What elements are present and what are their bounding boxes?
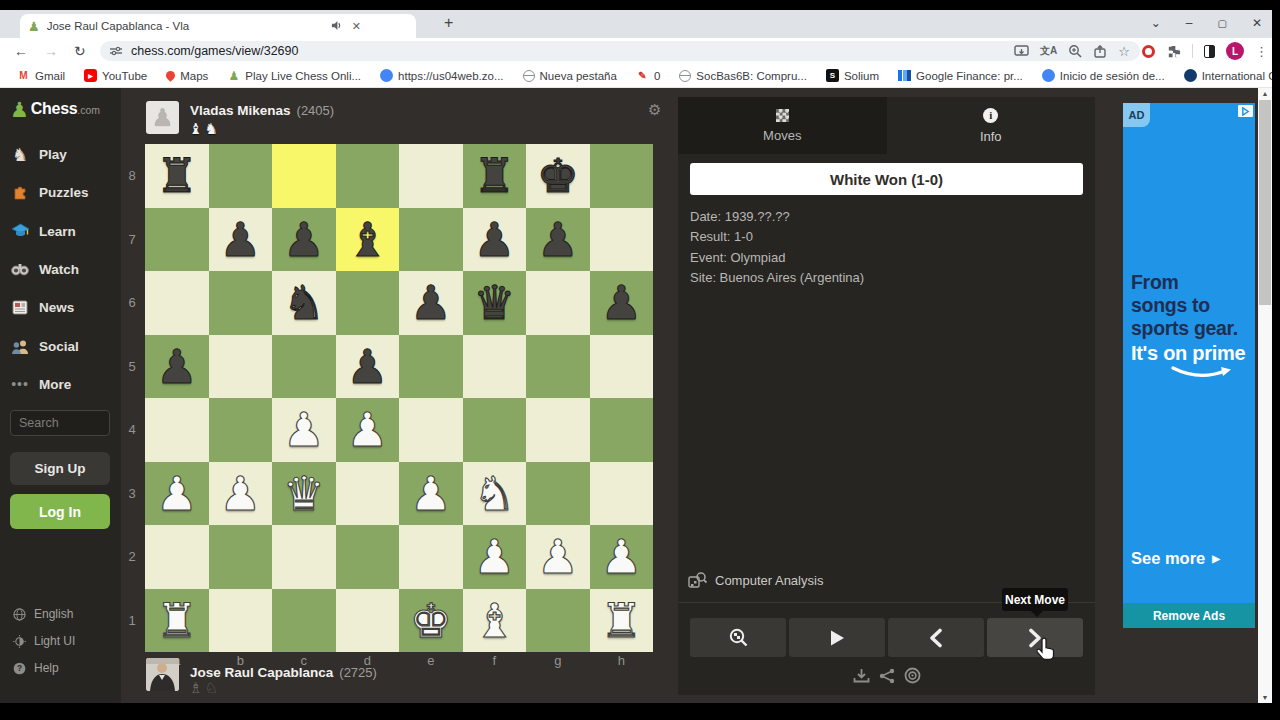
black-pawn: ♟: [410, 279, 452, 326]
square-a2[interactable]: [145, 525, 209, 589]
square-e7[interactable]: [399, 208, 463, 272]
black-pawn: ♟: [219, 216, 261, 263]
square-g3[interactable]: [526, 462, 590, 526]
file-label-g: g: [526, 653, 590, 668]
intlchess-favicon: [1184, 69, 1197, 82]
white-knight: ♞: [473, 470, 515, 517]
bookmark-label: YouTube: [102, 70, 147, 82]
square-e3[interactable]: ♟: [399, 462, 463, 526]
mouse-cursor-hand: [1034, 637, 1058, 663]
pencil-favicon: ✎: [636, 69, 649, 82]
square-c5[interactable]: [272, 335, 336, 399]
url-text[interactable]: chess.com/games/view/32690: [131, 44, 1014, 58]
square-g2[interactable]: ♟: [526, 525, 590, 589]
play-button[interactable]: [789, 618, 885, 657]
page-content: ♟ Chess .com ♞ Play Puzzles Learn: [0, 88, 1272, 703]
square-b4[interactable]: [209, 398, 273, 462]
black-pawn: ♟: [473, 216, 515, 263]
square-h4[interactable]: [590, 398, 654, 462]
bookmark-label: Inicio de sesión de...: [1060, 70, 1165, 82]
zoom-icon[interactable]: [1068, 44, 1082, 58]
square-d6[interactable]: [336, 271, 400, 335]
audio-speaker-icon[interactable]: [331, 17, 342, 35]
scrollbar-thumb[interactable]: [1259, 100, 1271, 305]
globe-favicon: [679, 70, 691, 82]
square-a4[interactable]: [145, 398, 209, 462]
bookmark-inicio-10[interactable]: Inicio de sesión de...: [1035, 69, 1172, 82]
game-event: Event: Olympiad: [690, 250, 785, 265]
sidebar-item-news[interactable]: News: [10, 291, 74, 323]
square-e2[interactable]: [399, 525, 463, 589]
bookmark-label: SocBas6B: Compru...: [696, 70, 807, 82]
bookmark-label: Maps: [180, 70, 208, 82]
newspaper-icon: [10, 297, 30, 317]
sidebar-item-social[interactable]: Social: [10, 330, 79, 362]
square-g1[interactable]: [526, 589, 590, 653]
square-a7[interactable]: [145, 208, 209, 272]
rank-label-1: 1: [121, 589, 143, 653]
bookmark-label: 0: [654, 70, 660, 82]
letterbox-right: [1272, 0, 1280, 720]
moves-board-icon: [776, 109, 789, 122]
chart-favicon: [898, 70, 911, 81]
white-queen: ♛: [283, 470, 325, 517]
sidebar-item-puzzles[interactable]: Puzzles: [10, 176, 89, 208]
remove-ads-button[interactable]: Remove Ads: [1123, 603, 1255, 628]
game-site: Site: Buenos Aires (Argentina): [690, 270, 864, 285]
black-knight: ♞: [283, 279, 325, 326]
forward-button[interactable]: →: [44, 43, 58, 59]
square-d1[interactable]: [336, 589, 400, 653]
play-icon: [828, 629, 846, 647]
page-scrollbar[interactable]: ▲ ▼: [1258, 88, 1272, 703]
bookmark-label: Nueva pestaña: [540, 70, 617, 82]
square-a3[interactable]: ♟: [145, 462, 209, 526]
tab-title: Jose Raul Capablanca - Vla: [47, 20, 327, 32]
reading-mode-icon[interactable]: [1204, 45, 1215, 58]
square-f7[interactable]: ♟: [463, 208, 527, 272]
pawn-favicon: ♟: [227, 69, 240, 82]
square-f5[interactable]: [463, 335, 527, 399]
ad-text: From songs to sports gear. It's on prime: [1131, 271, 1245, 365]
letterbox-bottom: [0, 703, 1280, 720]
white-pawn: ♟: [537, 533, 579, 580]
bookmark-label: International Chess...: [1202, 70, 1272, 82]
square-d7[interactable]: ♝: [336, 208, 400, 272]
ad-see-more[interactable]: See more ▶: [1131, 549, 1220, 568]
scrollbar-down-icon[interactable]: ▼: [1258, 694, 1272, 701]
square-f1[interactable]: ♝: [463, 589, 527, 653]
square-g7[interactable]: ♟: [526, 208, 590, 272]
amazon-smile-icon: [1171, 365, 1233, 381]
adchoices-icon[interactable]: [1238, 105, 1253, 117]
square-b3[interactable]: ♟: [209, 462, 273, 526]
avatar-bottom-player[interactable]: [146, 658, 179, 691]
bookmark-label: Solium: [844, 70, 879, 82]
square-b7[interactable]: ♟: [209, 208, 273, 272]
black-pawn: ♟: [156, 343, 198, 390]
panel-tabs: Moves i Info: [678, 97, 1095, 154]
white-pawn: ♟: [283, 406, 325, 453]
address-bar[interactable]: chess.com/games/view/32690 文A ☆: [100, 41, 1140, 61]
bottom-player-captured-pieces: ♗♘: [189, 679, 220, 697]
square-d8[interactable]: [336, 144, 400, 208]
back-button[interactable]: ←: [14, 43, 28, 59]
sign-up-button[interactable]: Sign Up: [10, 452, 110, 485]
bookmark-star-icon[interactable]: ☆: [1118, 44, 1130, 59]
file-label-e: e: [399, 653, 463, 668]
analysis-button[interactable]: [690, 618, 786, 657]
square-a5[interactable]: ♟: [145, 335, 209, 399]
sidebar: ♟ Chess .com ♞ Play Puzzles Learn: [0, 88, 121, 703]
youtube-favicon: ▶: [84, 69, 97, 82]
sidebar-item-play[interactable]: ♞ Play: [10, 138, 67, 170]
black-pawn: ♟: [600, 279, 642, 326]
file-label-f: f: [463, 653, 527, 668]
gmail-favicon: M: [17, 69, 30, 82]
bookmark-globe-7[interactable]: SocBas6B: Compru...: [672, 70, 814, 82]
square-f6[interactable]: ♛: [463, 271, 527, 335]
bookmarks-bar: MGmail▶YouTubeMaps♟Play Live Chess Onli.…: [0, 64, 1272, 88]
logo-brand: Chess: [31, 100, 78, 118]
window-restore-icon[interactable]: ▢: [1217, 18, 1226, 29]
square-e5[interactable]: [399, 335, 463, 399]
browser-tab[interactable]: ♟ Jose Raul Capablanca - Vla ✕: [20, 14, 416, 38]
browser-toolbar: ← → ↻ chess.com/games/view/32690 文A ☆: [0, 38, 1272, 64]
rank-label-7: 7: [121, 208, 143, 272]
sidebar-item-watch[interactable]: Watch: [10, 253, 79, 285]
square-c3[interactable]: ♛: [272, 462, 336, 526]
search-input[interactable]: [10, 410, 110, 436]
square-d5[interactable]: ♟: [336, 335, 400, 399]
file-label-h: h: [590, 653, 654, 668]
square-c7[interactable]: ♟: [272, 208, 336, 272]
bottom-player-name[interactable]: Jose Raul Capablanca: [190, 665, 333, 680]
bookmark-globe-5[interactable]: Nueva pestaña: [516, 70, 624, 82]
white-rook: ♜: [600, 597, 642, 644]
black-king: ♚: [537, 152, 579, 199]
target-settings-icon[interactable]: [904, 667, 921, 684]
bookmark-pin-2[interactable]: Maps: [159, 70, 215, 82]
black-bishop: ♝: [346, 216, 388, 263]
window-close-icon[interactable]: ✕: [1252, 16, 1262, 30]
download-icon[interactable]: [853, 668, 870, 684]
black-pawn: ♟: [346, 343, 388, 390]
black-pawn: ♟: [537, 216, 579, 263]
black-pawn: ♟: [283, 216, 325, 263]
white-pawn: ♟: [219, 470, 261, 517]
browser-menu-icon[interactable]: ⋮: [1255, 44, 1268, 59]
square-b5[interactable]: [209, 335, 273, 399]
square-c4[interactable]: ♟: [272, 398, 336, 462]
tab-moves[interactable]: Moves: [678, 97, 887, 154]
white-king: ♚: [410, 597, 452, 644]
square-h7[interactable]: [590, 208, 654, 272]
knight-hand-icon: ♞: [10, 144, 30, 164]
share-page-icon[interactable]: [1093, 45, 1107, 58]
scrollbar-up-icon[interactable]: ▲: [1258, 90, 1272, 97]
chevron-left-icon: [928, 628, 944, 648]
analysis-board-icon: [688, 571, 707, 589]
question-icon: ?: [12, 661, 26, 675]
globe-favicon: [523, 70, 535, 82]
see-more-arrow-icon: ▶: [1212, 553, 1220, 564]
square-c6[interactable]: ♞: [272, 271, 336, 335]
binoculars-icon: [10, 259, 30, 279]
puzzle-icon: [10, 182, 30, 202]
bookmark-solium-8[interactable]: SSolium: [819, 69, 886, 82]
extension-red-o-icon[interactable]: [1142, 45, 1155, 58]
letterbox-top: [0, 0, 1280, 10]
game-result: Result: 1-0: [690, 229, 753, 244]
previous-move-button[interactable]: [888, 618, 984, 657]
black-rook: ♜: [156, 152, 198, 199]
log-in-button[interactable]: Log In: [10, 494, 110, 529]
square-d3[interactable]: [336, 462, 400, 526]
help-link[interactable]: ? Help: [12, 659, 59, 677]
language-selector[interactable]: English: [12, 605, 73, 623]
square-e6[interactable]: ♟: [399, 271, 463, 335]
top-player-captured-pieces: ♝♞: [189, 120, 220, 138]
square-e1[interactable]: ♚: [399, 589, 463, 653]
reload-button[interactable]: ↻: [74, 43, 86, 59]
bookmark-zoom-4[interactable]: https://us04web.zo...: [373, 69, 510, 82]
panel-footer-icons: [678, 667, 1095, 684]
pin-favicon: [164, 69, 177, 82]
magnifier-board-icon: [728, 627, 749, 648]
bookmark-label: https://us04web.zo...: [398, 70, 503, 82]
bottom-player-info[interactable]: Jose Raul Capablanca (2725): [190, 665, 377, 680]
chesscom-logo[interactable]: ♟ Chess .com: [10, 100, 100, 120]
ad-banner[interactable]: AD From songs to sports gear. It's on pr…: [1123, 103, 1255, 628]
bookmark-gmail-0[interactable]: MGmail: [10, 69, 72, 82]
tab-strip: ♟ Jose Raul Capablanca - Vla ✕ + ⌄ – ▢ ✕: [0, 10, 1272, 38]
square-a6[interactable]: [145, 271, 209, 335]
black-queen: ♛: [473, 279, 515, 326]
info-icon: i: [983, 108, 998, 123]
square-g8[interactable]: ♚: [526, 144, 590, 208]
logo-pawn-icon: ♟: [10, 100, 29, 120]
install-app-icon[interactable]: [1014, 45, 1029, 58]
logo-tld: .com: [77, 104, 100, 116]
bookmark-intlchess-11[interactable]: International Chess...: [1177, 69, 1272, 82]
square-f2[interactable]: ♟: [463, 525, 527, 589]
window-menu-caret-icon[interactable]: ⌄: [1151, 16, 1161, 30]
ad-badge: AD: [1123, 103, 1150, 127]
tab-info[interactable]: i Info: [887, 97, 1096, 154]
chess-board: ♜♜♚♟♟♝♟♟♞♟♛♟♟♟♟♟♟♟♛♟♞♟♟♟♜♚♝♜: [145, 144, 653, 652]
white-bishop: ♝: [473, 597, 515, 644]
top-player-rating: (2405): [297, 103, 335, 118]
rank-labels: 87654321: [121, 144, 143, 652]
square-b6[interactable]: [209, 271, 273, 335]
square-a1[interactable]: ♜: [145, 589, 209, 653]
black-rook: ♜: [473, 152, 515, 199]
square-b1[interactable]: [209, 589, 273, 653]
bookmark-youtube-1[interactable]: ▶YouTube: [77, 69, 154, 82]
square-f4[interactable]: [463, 398, 527, 462]
sidebar-item-learn[interactable]: Learn: [10, 215, 76, 247]
pawn-avatar-icon: ♟: [152, 106, 174, 130]
square-f8[interactable]: ♜: [463, 144, 527, 208]
rank-label-5: 5: [121, 335, 143, 399]
chess-pawn-favicon: ♟: [28, 20, 40, 33]
rank-label-3: 3: [121, 462, 143, 526]
top-player-name[interactable]: Vladas Mikenas: [190, 103, 291, 118]
next-move-tooltip: Next Move: [1002, 588, 1068, 611]
top-player-info[interactable]: Vladas Mikenas (2405): [190, 103, 334, 118]
translate-icon[interactable]: 文A: [1040, 44, 1057, 58]
graduation-cap-icon: [10, 221, 30, 241]
white-pawn: ♟: [410, 470, 452, 517]
game-date: Date: 1939.??.??: [690, 209, 790, 224]
bookmark-pencil-6[interactable]: ✎0: [629, 69, 667, 82]
profile-avatar[interactable]: L: [1226, 42, 1244, 60]
share-icon[interactable]: [879, 668, 895, 684]
new-tab-button[interactable]: +: [444, 14, 453, 32]
svg-text:?: ?: [16, 663, 21, 673]
square-h2[interactable]: ♟: [590, 525, 654, 589]
square-g5[interactable]: [526, 335, 590, 399]
square-h3[interactable]: [590, 462, 654, 526]
browser-window: ♟ Jose Raul Capablanca - Vla ✕ + ⌄ – ▢ ✕…: [0, 10, 1272, 703]
square-d4[interactable]: ♟: [336, 398, 400, 462]
square-e4[interactable]: [399, 398, 463, 462]
contrast-icon: [12, 634, 26, 648]
computer-analysis-link[interactable]: Computer Analysis: [688, 571, 823, 589]
bookmark-label: Play Live Chess Onli...: [245, 70, 361, 82]
bookmark-label: Gmail: [35, 70, 65, 82]
square-b2[interactable]: [209, 525, 273, 589]
solium-favicon: S: [826, 69, 839, 82]
square-h6[interactable]: ♟: [590, 271, 654, 335]
people-icon: [10, 336, 30, 356]
bookmark-label: Google Finance: pr...: [916, 70, 1023, 82]
window-minimize-icon[interactable]: –: [1186, 16, 1193, 30]
square-d2[interactable]: [336, 525, 400, 589]
square-e8[interactable]: [399, 144, 463, 208]
result-banner: White Won (1-0): [690, 163, 1083, 195]
tooltip-arrow: [1031, 611, 1043, 617]
avatar-top-player[interactable]: ♟: [146, 101, 179, 134]
square-h1[interactable]: ♜: [590, 589, 654, 653]
square-c1[interactable]: [272, 589, 336, 653]
bottom-player-rating: (2725): [339, 665, 377, 680]
ad-tagline: It's on prime: [1131, 342, 1245, 365]
rank-label-4: 4: [121, 398, 143, 462]
square-f3[interactable]: ♞: [463, 462, 527, 526]
toolbar-divider: [1192, 44, 1193, 58]
bookmark-chart-9[interactable]: Google Finance: pr...: [891, 70, 1030, 82]
square-g4[interactable]: [526, 398, 590, 462]
zoom-favicon: [380, 69, 393, 82]
square-h8[interactable]: [590, 144, 654, 208]
white-pawn: ♟: [600, 533, 642, 580]
globe-icon: [12, 607, 26, 621]
rank-label-8: 8: [121, 144, 143, 208]
white-pawn: ♟: [346, 406, 388, 453]
tab-close-icon[interactable]: ✕: [352, 20, 361, 33]
white-pawn: ♟: [156, 470, 198, 517]
inicio-favicon: [1042, 69, 1055, 82]
ad-creative[interactable]: AD From songs to sports gear. It's on pr…: [1123, 103, 1255, 603]
white-rook: ♜: [156, 597, 198, 644]
square-c8[interactable]: [272, 144, 336, 208]
theme-toggle[interactable]: Light UI: [12, 632, 75, 650]
dots-icon: •••: [10, 374, 30, 394]
extensions-puzzle-icon[interactable]: [1166, 44, 1181, 59]
site-settings-icon[interactable]: [110, 46, 122, 56]
sidebar-item-more[interactable]: ••• More: [10, 368, 71, 400]
square-c2[interactable]: [272, 525, 336, 589]
rank-label-2: 2: [121, 525, 143, 589]
square-g6[interactable]: [526, 271, 590, 335]
board-settings-gear-icon[interactable]: ⚙: [648, 101, 661, 119]
bookmark-pawn-3[interactable]: ♟Play Live Chess Onli...: [220, 69, 368, 82]
square-h5[interactable]: [590, 335, 654, 399]
white-pawn: ♟: [473, 533, 515, 580]
square-b8[interactable]: [209, 144, 273, 208]
square-a8[interactable]: ♜: [145, 144, 209, 208]
rank-label-6: 6: [121, 271, 143, 335]
